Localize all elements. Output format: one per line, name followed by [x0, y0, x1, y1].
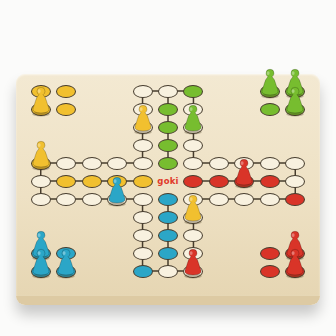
board-field	[209, 157, 229, 170]
cell-2-1	[79, 100, 104, 118]
cell-0-10	[28, 262, 53, 280]
ludo-board: goki	[16, 74, 320, 305]
blue-pawn[interactable]	[57, 248, 76, 279]
board-field	[158, 85, 178, 98]
board-field	[56, 193, 76, 206]
board-field	[158, 157, 178, 170]
cell-10-4	[283, 154, 308, 172]
board-field	[133, 85, 153, 98]
cell-0-5	[28, 172, 53, 190]
cell-7-7	[206, 208, 231, 226]
cell-2-2	[79, 118, 104, 136]
board-field	[158, 139, 178, 152]
cell-0-2	[28, 118, 53, 136]
cell-4-2	[130, 118, 155, 136]
cell-4-5	[130, 172, 155, 190]
cell-7-10	[206, 262, 231, 280]
cell-6-5	[181, 172, 206, 190]
board-field	[158, 247, 178, 260]
cell-6-4	[181, 154, 206, 172]
cell-5-3	[155, 136, 180, 154]
cell-4-9	[130, 244, 155, 262]
cell-9-4	[257, 154, 282, 172]
cell-10-1	[283, 100, 308, 118]
cell-2-10	[79, 262, 104, 280]
cell-5-7	[155, 208, 180, 226]
cell-3-9	[104, 244, 129, 262]
cell-10-6	[283, 190, 308, 208]
board-field	[133, 157, 153, 170]
cell-5-5: goki	[155, 172, 180, 190]
cell-7-2	[206, 118, 231, 136]
cell-1-1	[53, 100, 78, 118]
cell-10-3	[283, 136, 308, 154]
board-field	[260, 103, 280, 116]
goki-logo: goki	[157, 177, 178, 186]
board-field	[183, 229, 203, 242]
cell-3-8	[104, 226, 129, 244]
cell-4-6	[130, 190, 155, 208]
board-field	[183, 139, 203, 152]
cell-9-9	[257, 244, 282, 262]
board-field	[82, 157, 102, 170]
cell-8-5	[232, 172, 257, 190]
blue-pawn[interactable]	[31, 248, 50, 279]
cell-0-4	[28, 154, 53, 172]
board-field	[158, 229, 178, 242]
cell-1-8	[53, 226, 78, 244]
cell-8-7	[232, 208, 257, 226]
board-field	[158, 121, 178, 134]
cell-3-2	[104, 118, 129, 136]
cell-7-4	[206, 154, 231, 172]
board-field	[107, 157, 127, 170]
board-field	[56, 175, 76, 188]
cell-8-8	[232, 226, 257, 244]
board-field	[183, 175, 203, 188]
cell-9-0	[257, 82, 282, 100]
cell-8-9	[232, 244, 257, 262]
cell-2-8	[79, 226, 104, 244]
cell-10-2	[283, 118, 308, 136]
yellow-pawn[interactable]	[184, 194, 203, 225]
cell-2-0	[79, 82, 104, 100]
cell-4-8	[130, 226, 155, 244]
board-field	[133, 175, 153, 188]
cell-3-0	[104, 82, 129, 100]
cell-0-7	[28, 208, 53, 226]
cell-1-7	[53, 208, 78, 226]
cell-3-10	[104, 262, 129, 280]
cell-6-8	[181, 226, 206, 244]
board-field	[285, 157, 305, 170]
cell-5-4	[155, 154, 180, 172]
board-field	[260, 193, 280, 206]
cell-6-3	[181, 136, 206, 154]
cell-2-9	[79, 244, 104, 262]
board-field	[260, 175, 280, 188]
cell-2-5	[79, 172, 104, 190]
board-field	[56, 157, 76, 170]
red-pawn[interactable]	[286, 248, 305, 279]
board-field	[234, 193, 254, 206]
cell-7-3	[206, 136, 231, 154]
cell-3-6	[104, 190, 129, 208]
yellow-pawn[interactable]	[133, 104, 152, 135]
cell-8-10	[232, 262, 257, 280]
cell-4-3	[130, 136, 155, 154]
cell-6-10	[181, 262, 206, 280]
cell-8-0	[232, 82, 257, 100]
cell-9-5	[257, 172, 282, 190]
cell-9-1	[257, 100, 282, 118]
cell-2-4	[79, 154, 104, 172]
cell-5-9	[155, 244, 180, 262]
cell-1-3	[53, 136, 78, 154]
cell-2-6	[79, 190, 104, 208]
board-grid: goki	[28, 82, 308, 280]
cell-9-8	[257, 226, 282, 244]
board-field	[133, 193, 153, 206]
board-field	[260, 247, 280, 260]
cell-0-6	[28, 190, 53, 208]
board-field	[31, 193, 51, 206]
green-pawn[interactable]	[286, 86, 305, 117]
board-field	[31, 175, 51, 188]
board-field	[260, 157, 280, 170]
board-field	[133, 139, 153, 152]
yellow-pawn[interactable]	[31, 140, 50, 171]
cell-5-8	[155, 226, 180, 244]
cell-3-1	[104, 100, 129, 118]
cell-1-2	[53, 118, 78, 136]
cell-10-7	[283, 208, 308, 226]
board-field	[56, 85, 76, 98]
blue-pawn[interactable]	[108, 176, 127, 207]
board-field	[133, 247, 153, 260]
cell-8-1	[232, 100, 257, 118]
board-field	[285, 193, 305, 206]
cell-2-7	[79, 208, 104, 226]
red-pawn[interactable]	[235, 158, 254, 189]
green-pawn[interactable]	[260, 68, 279, 99]
board-field	[158, 103, 178, 116]
yellow-pawn[interactable]	[31, 86, 50, 117]
cell-7-8	[206, 226, 231, 244]
board-field	[82, 175, 102, 188]
cell-7-1	[206, 100, 231, 118]
cell-10-10	[283, 262, 308, 280]
cell-4-4	[130, 154, 155, 172]
cell-5-2	[155, 118, 180, 136]
cell-9-2	[257, 118, 282, 136]
cell-3-4	[104, 154, 129, 172]
cell-3-3	[104, 136, 129, 154]
board-field	[158, 265, 178, 278]
cell-10-5	[283, 172, 308, 190]
cell-1-4	[53, 154, 78, 172]
red-pawn[interactable]	[184, 248, 203, 279]
board-field	[82, 193, 102, 206]
board-field	[209, 193, 229, 206]
board-field	[158, 193, 178, 206]
cell-6-0	[181, 82, 206, 100]
cell-4-7	[130, 208, 155, 226]
cell-3-7	[104, 208, 129, 226]
cell-5-10	[155, 262, 180, 280]
cell-6-2	[181, 118, 206, 136]
cell-1-5	[53, 172, 78, 190]
cell-8-3	[232, 136, 257, 154]
cell-7-6	[206, 190, 231, 208]
cell-7-5	[206, 172, 231, 190]
cell-9-7	[257, 208, 282, 226]
cell-8-2	[232, 118, 257, 136]
board-field	[56, 103, 76, 116]
cell-0-1	[28, 100, 53, 118]
cell-9-3	[257, 136, 282, 154]
cell-6-7	[181, 208, 206, 226]
cell-2-3	[79, 136, 104, 154]
cell-5-0	[155, 82, 180, 100]
cell-7-9	[206, 244, 231, 262]
board-field	[158, 211, 178, 224]
cell-4-0	[130, 82, 155, 100]
cell-9-6	[257, 190, 282, 208]
cell-5-6	[155, 190, 180, 208]
board-field	[260, 265, 280, 278]
board-field	[209, 175, 229, 188]
board-field	[133, 211, 153, 224]
board-field	[133, 229, 153, 242]
cell-1-10	[53, 262, 78, 280]
cell-9-10	[257, 262, 282, 280]
cell-5-1	[155, 100, 180, 118]
cell-7-0	[206, 82, 231, 100]
board-field	[183, 85, 203, 98]
cell-1-6	[53, 190, 78, 208]
board-field	[285, 175, 305, 188]
cell-1-0	[53, 82, 78, 100]
green-pawn[interactable]	[184, 104, 203, 135]
board-field	[183, 157, 203, 170]
cell-8-6	[232, 190, 257, 208]
board-field	[133, 265, 153, 278]
cell-4-10	[130, 262, 155, 280]
